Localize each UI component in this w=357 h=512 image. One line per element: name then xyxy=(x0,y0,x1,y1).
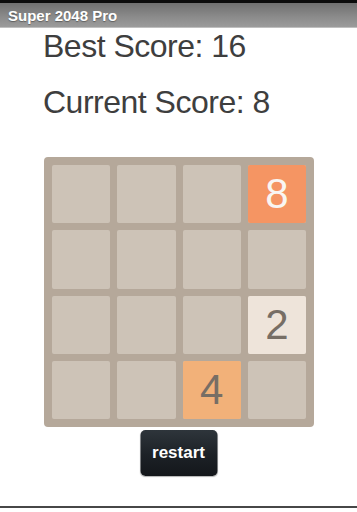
board-cell xyxy=(117,361,175,419)
current-score-text: Current Score: 8 xyxy=(43,86,270,118)
board-cell xyxy=(52,230,110,288)
tile-4: 4 xyxy=(183,361,241,419)
tile-8: 8 xyxy=(248,165,306,223)
board-cell xyxy=(183,230,241,288)
board-cell: 4 xyxy=(183,361,241,419)
board-cell xyxy=(52,165,110,223)
board-cell xyxy=(52,361,110,419)
board-cell: 8 xyxy=(248,165,306,223)
tile-2: 2 xyxy=(248,296,306,354)
board-cell xyxy=(183,296,241,354)
best-score-text: Best Score: 16 xyxy=(43,30,246,62)
board-cell xyxy=(52,296,110,354)
board-cell xyxy=(117,165,175,223)
board-cell: 2 xyxy=(248,296,306,354)
board-cell xyxy=(117,230,175,288)
app-title: Super 2048 Pro xyxy=(8,7,117,24)
board-cell xyxy=(117,296,175,354)
board-cell xyxy=(183,165,241,223)
title-bar: Super 2048 Pro xyxy=(0,0,357,27)
restart-button[interactable]: restart xyxy=(140,430,217,476)
board-cell xyxy=(248,230,306,288)
board-cell xyxy=(248,361,306,419)
game-board[interactable]: 824 xyxy=(44,157,314,427)
app-screen: Super 2048 Pro Best Score: 16 Current Sc… xyxy=(0,0,357,512)
bottom-divider xyxy=(0,506,357,508)
